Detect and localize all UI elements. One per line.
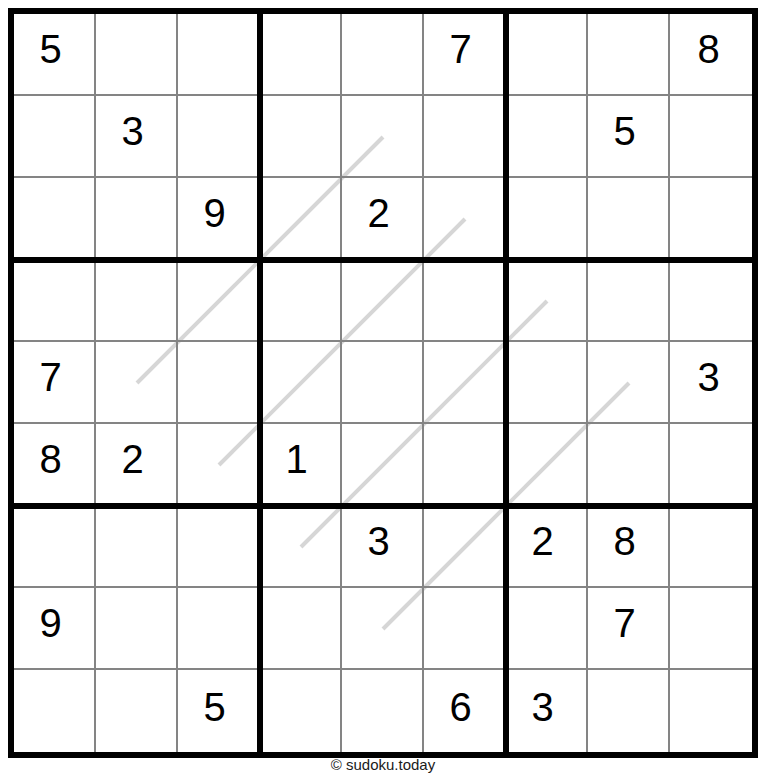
cell-r4c7[interactable] xyxy=(506,260,588,342)
sudoku-board: 57835927382132897563 xyxy=(8,8,758,758)
cell-r2c5[interactable] xyxy=(342,96,424,178)
cell-r3c7[interactable] xyxy=(506,178,588,260)
cell-r8c7[interactable] xyxy=(506,588,588,670)
cell-r4c1[interactable] xyxy=(14,260,96,342)
cell-r6c9[interactable] xyxy=(670,424,752,506)
cell-r8c4[interactable] xyxy=(260,588,342,670)
cell-r7c7[interactable]: 2 xyxy=(506,506,588,588)
cell-r3c1[interactable] xyxy=(14,178,96,260)
cell-r1c6[interactable]: 7 xyxy=(424,14,506,96)
page: 57835927382132897563 © sudoku.today xyxy=(0,0,767,777)
cell-r2c7[interactable] xyxy=(506,96,588,178)
cell-r8c8[interactable]: 7 xyxy=(588,588,670,670)
cell-r2c6[interactable] xyxy=(424,96,506,178)
cell-r1c9[interactable]: 8 xyxy=(670,14,752,96)
cell-r6c3[interactable] xyxy=(178,424,260,506)
cell-r2c9[interactable] xyxy=(670,96,752,178)
cell-r9c5[interactable] xyxy=(342,670,424,752)
cell-r1c3[interactable] xyxy=(178,14,260,96)
cell-r4c3[interactable] xyxy=(178,260,260,342)
cell-r1c7[interactable] xyxy=(506,14,588,96)
cell-r6c7[interactable] xyxy=(506,424,588,506)
cell-r8c5[interactable] xyxy=(342,588,424,670)
cell-r3c2[interactable] xyxy=(96,178,178,260)
cell-r3c4[interactable] xyxy=(260,178,342,260)
cell-r1c4[interactable] xyxy=(260,14,342,96)
cell-r4c9[interactable] xyxy=(670,260,752,342)
cell-r1c1[interactable]: 5 xyxy=(14,14,96,96)
cell-r5c8[interactable] xyxy=(588,342,670,424)
cell-r7c4[interactable] xyxy=(260,506,342,588)
cell-r4c5[interactable] xyxy=(342,260,424,342)
cell-r5c7[interactable] xyxy=(506,342,588,424)
cell-r9c3[interactable]: 5 xyxy=(178,670,260,752)
cell-r1c8[interactable] xyxy=(588,14,670,96)
cell-grid: 57835927382132897563 xyxy=(14,14,752,752)
cell-r3c3[interactable]: 9 xyxy=(178,178,260,260)
cell-r6c2[interactable]: 2 xyxy=(96,424,178,506)
cell-r7c6[interactable] xyxy=(424,506,506,588)
cell-r9c4[interactable] xyxy=(260,670,342,752)
copyright-text: © sudoku.today xyxy=(8,756,758,773)
cell-r8c2[interactable] xyxy=(96,588,178,670)
cell-r8c9[interactable] xyxy=(670,588,752,670)
cell-r9c7[interactable]: 3 xyxy=(506,670,588,752)
cell-r1c2[interactable] xyxy=(96,14,178,96)
cell-r5c9[interactable]: 3 xyxy=(670,342,752,424)
cell-r4c2[interactable] xyxy=(96,260,178,342)
cell-r9c2[interactable] xyxy=(96,670,178,752)
cell-r3c5[interactable]: 2 xyxy=(342,178,424,260)
cell-r7c5[interactable]: 3 xyxy=(342,506,424,588)
cell-r7c2[interactable] xyxy=(96,506,178,588)
cell-r2c2[interactable]: 3 xyxy=(96,96,178,178)
cell-r7c9[interactable] xyxy=(670,506,752,588)
cell-r6c8[interactable] xyxy=(588,424,670,506)
cell-r7c1[interactable] xyxy=(14,506,96,588)
cell-r5c2[interactable] xyxy=(96,342,178,424)
cell-r8c6[interactable] xyxy=(424,588,506,670)
cell-r6c4[interactable]: 1 xyxy=(260,424,342,506)
cell-r3c9[interactable] xyxy=(670,178,752,260)
cell-r2c1[interactable] xyxy=(14,96,96,178)
cell-r8c1[interactable]: 9 xyxy=(14,588,96,670)
cell-r6c5[interactable] xyxy=(342,424,424,506)
cell-r9c1[interactable] xyxy=(14,670,96,752)
cell-r4c6[interactable] xyxy=(424,260,506,342)
cell-r5c4[interactable] xyxy=(260,342,342,424)
cell-r3c8[interactable] xyxy=(588,178,670,260)
cell-r7c8[interactable]: 8 xyxy=(588,506,670,588)
cell-r2c4[interactable] xyxy=(260,96,342,178)
cell-r9c6[interactable]: 6 xyxy=(424,670,506,752)
cell-r5c5[interactable] xyxy=(342,342,424,424)
cell-r4c8[interactable] xyxy=(588,260,670,342)
cell-r6c1[interactable]: 8 xyxy=(14,424,96,506)
cell-r8c3[interactable] xyxy=(178,588,260,670)
cell-r4c4[interactable] xyxy=(260,260,342,342)
cell-r1c5[interactable] xyxy=(342,14,424,96)
cell-r5c3[interactable] xyxy=(178,342,260,424)
cell-r2c8[interactable]: 5 xyxy=(588,96,670,178)
cell-r2c3[interactable] xyxy=(178,96,260,178)
cell-r9c9[interactable] xyxy=(670,670,752,752)
cell-r6c6[interactable] xyxy=(424,424,506,506)
cell-r9c8[interactable] xyxy=(588,670,670,752)
cell-r5c6[interactable] xyxy=(424,342,506,424)
cell-r7c3[interactable] xyxy=(178,506,260,588)
cell-r3c6[interactable] xyxy=(424,178,506,260)
cell-r5c1[interactable]: 7 xyxy=(14,342,96,424)
